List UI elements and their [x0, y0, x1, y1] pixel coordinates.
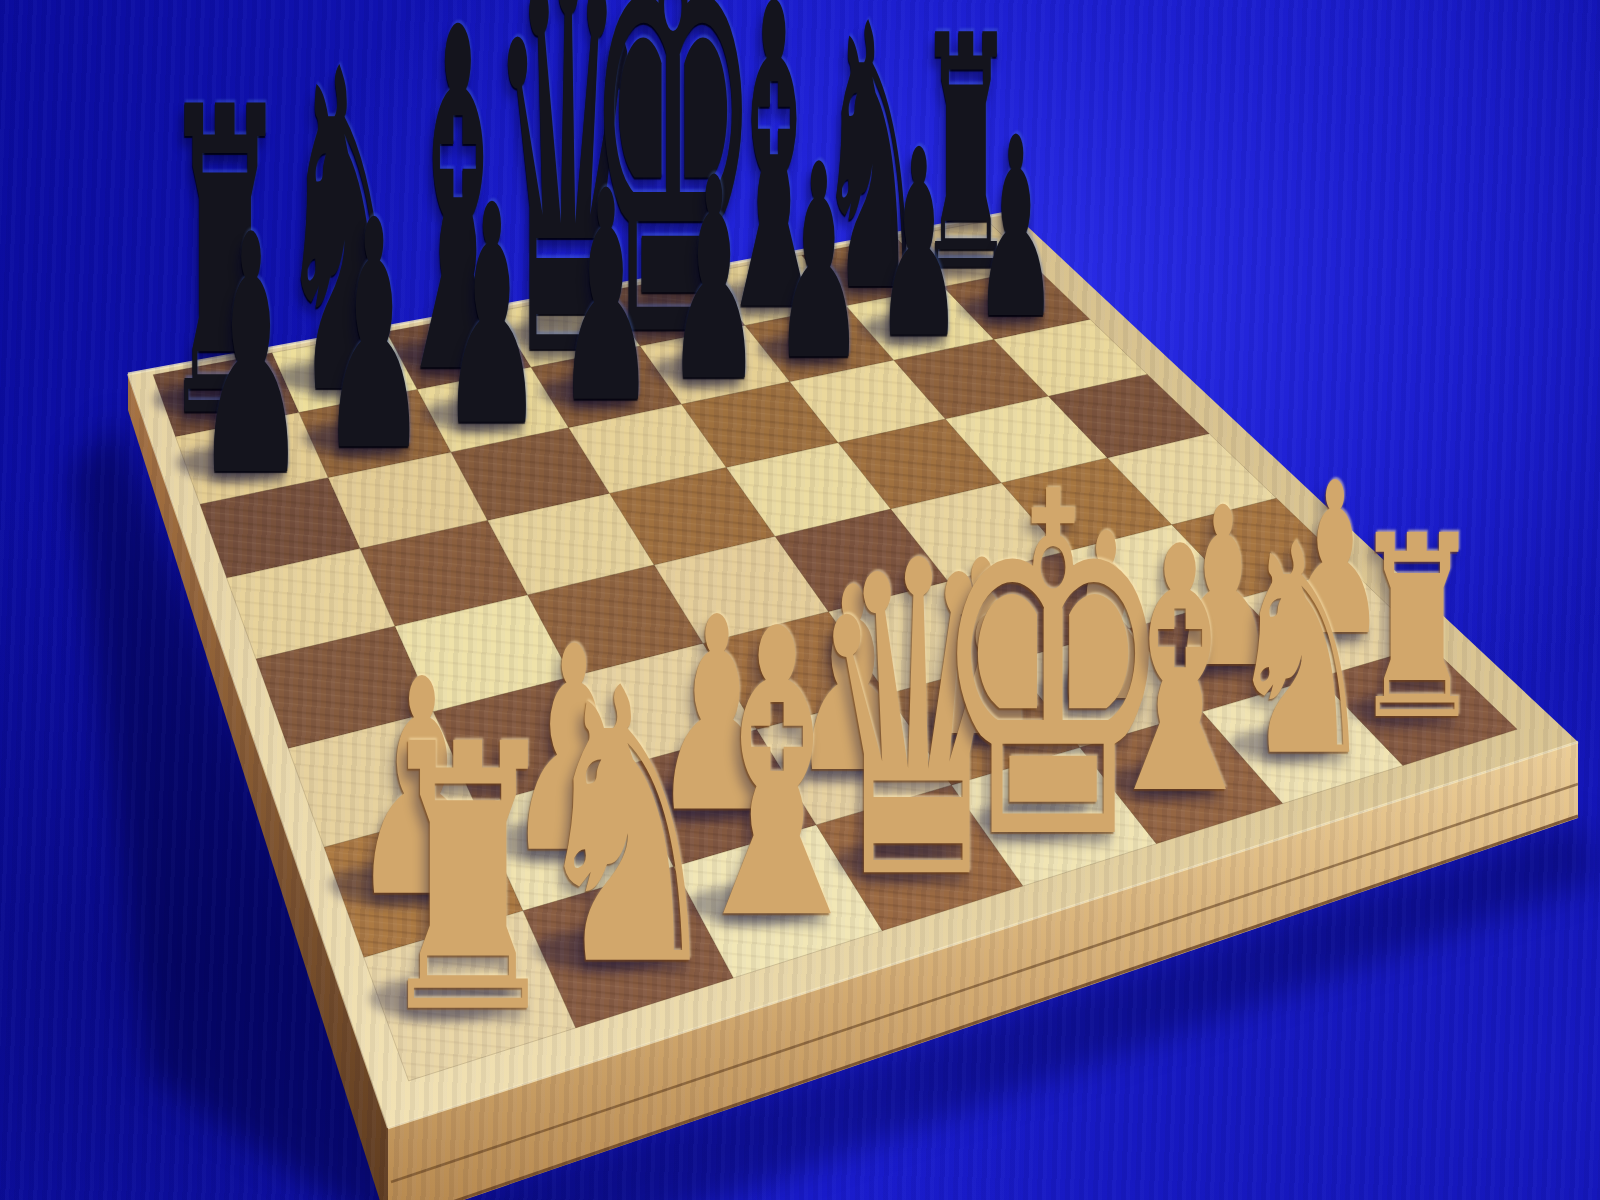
piece-black-pawn-d7[interactable]: ♟: [557, 153, 654, 444]
blue-cloth-backdrop: ♜♞♝♛♚♝♞♜♟♟♟♟♟♟♟♟♟♟♟♟♟♟♟♟♜♞♝♛♚♝♞♜ Handmad…: [0, 0, 1600, 1200]
piece-black-pawn-e7[interactable]: ♟: [668, 141, 762, 420]
piece-black-pawn-f7[interactable]: ♟: [774, 129, 864, 397]
piece-black-pawn-h7[interactable]: ♟: [974, 105, 1057, 354]
piece-black-pawn-g7[interactable]: ♟: [876, 117, 963, 375]
piece-white-rook-h1[interactable]: ♜: [1351, 502, 1483, 755]
piece-black-pawn-c7[interactable]: ♟: [442, 166, 544, 469]
piece-black-pawn-a7[interactable]: ♟: [196, 193, 306, 523]
piece-black-pawn-b7[interactable]: ♟: [321, 179, 427, 495]
